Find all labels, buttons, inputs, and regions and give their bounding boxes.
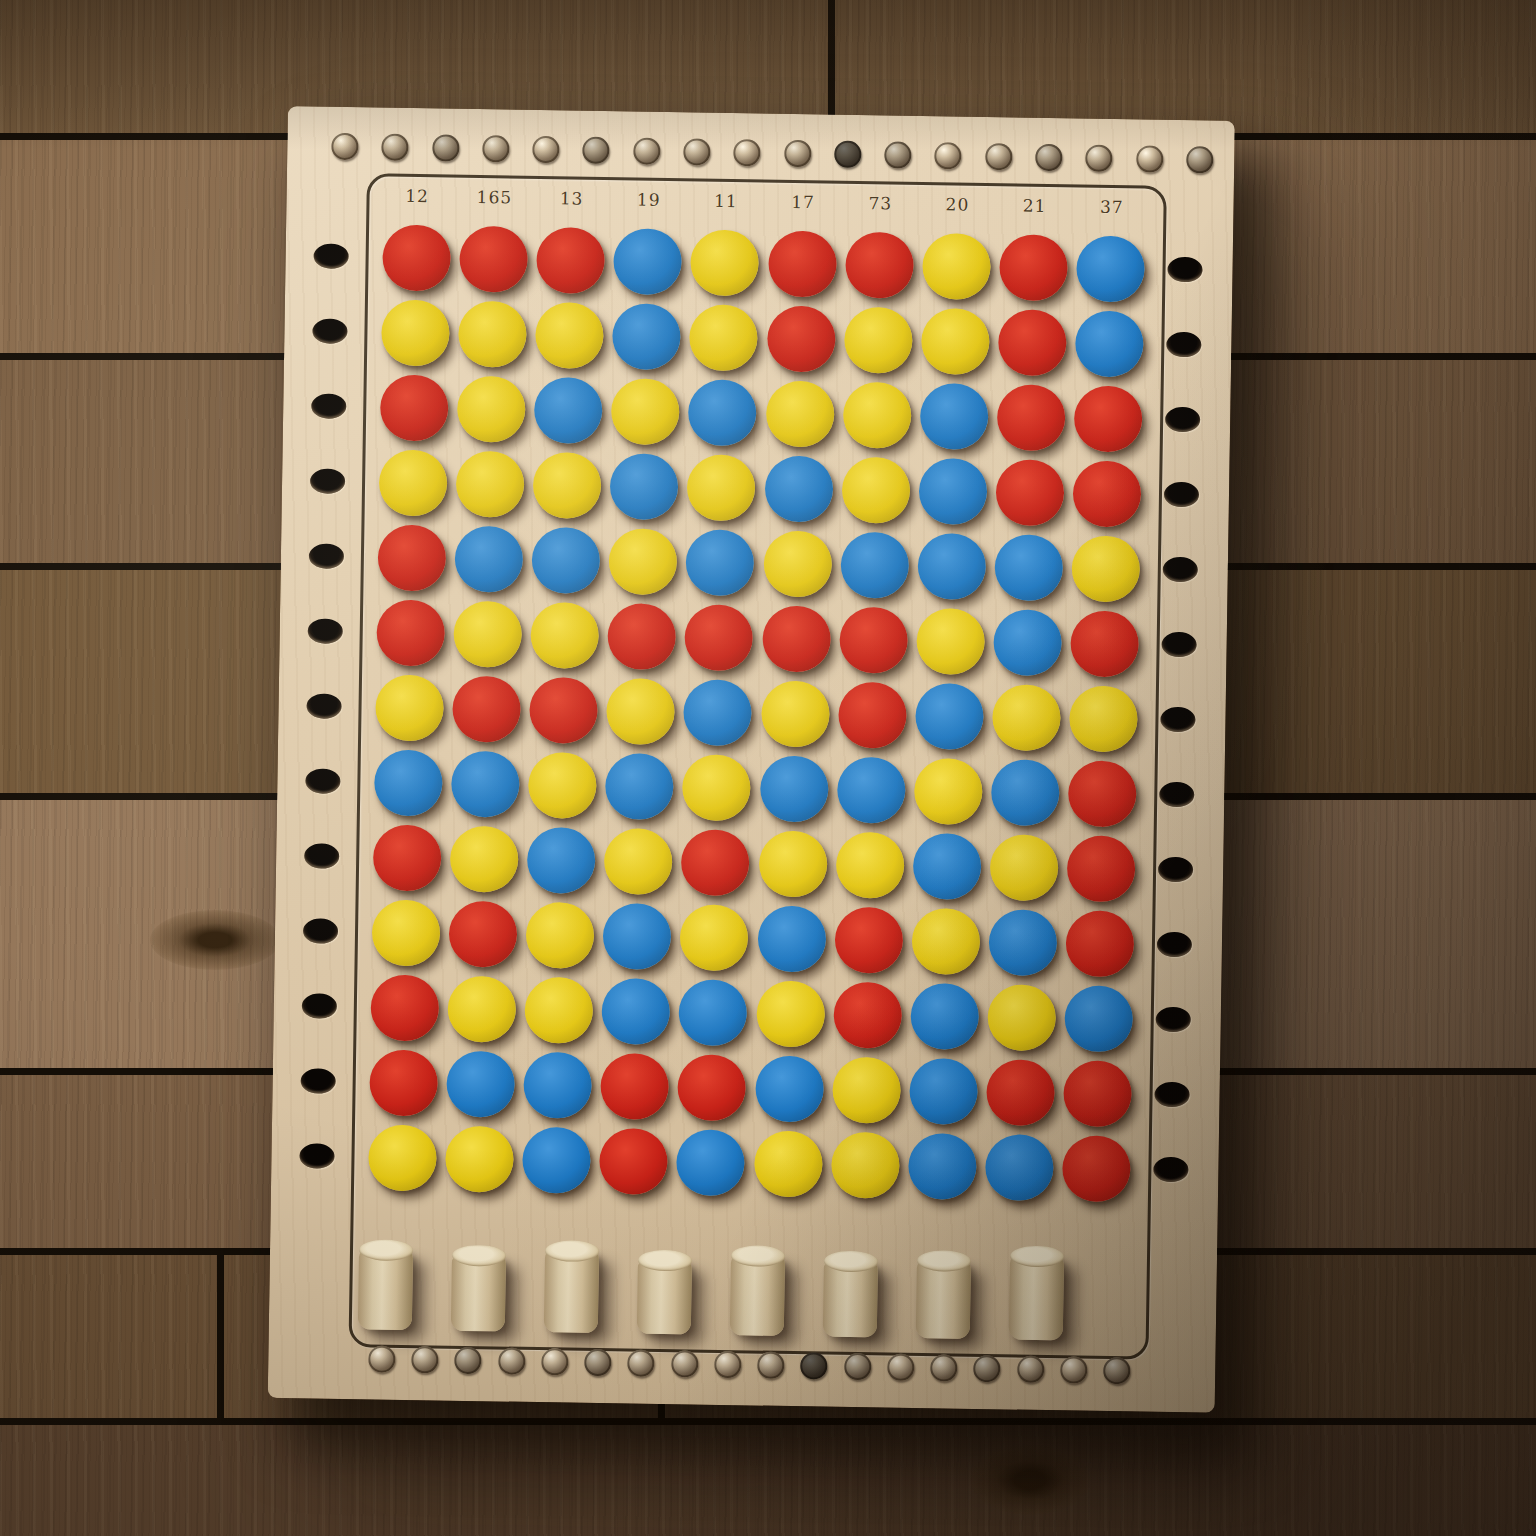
disc-red-r1c6[interactable] — [768, 230, 837, 297]
disc-red-r3c10[interactable] — [1074, 385, 1143, 452]
metal-screw — [455, 1347, 482, 1374]
grid-cell — [755, 750, 833, 826]
grid-cell — [984, 904, 1062, 980]
disc-yellow-r7c1[interactable] — [375, 674, 444, 741]
grid-cell — [833, 677, 911, 753]
grid-cell — [993, 304, 1071, 380]
disc-blue-r4c6[interactable] — [764, 455, 833, 522]
grid-cell — [364, 1044, 442, 1120]
metal-screw — [1103, 1357, 1130, 1384]
disc-blue-r8c1[interactable] — [373, 749, 442, 816]
grid-cell — [995, 229, 1073, 305]
grid-cell — [678, 749, 756, 825]
disc-yellow-r2c5[interactable] — [689, 304, 758, 371]
disc-yellow-r13c7[interactable] — [831, 1131, 900, 1198]
metal-screw — [714, 1351, 741, 1378]
grid-cell — [762, 300, 840, 376]
wooden-peg-5[interactable] — [730, 1255, 785, 1336]
disc-red-r13c4[interactable] — [599, 1128, 668, 1195]
column-number: 165 — [456, 187, 534, 208]
grid-cell — [1066, 605, 1144, 681]
metal-screw — [930, 1354, 957, 1381]
disc-yellow-r11c3[interactable] — [524, 976, 593, 1043]
disc-red-r10c10[interactable] — [1066, 910, 1135, 977]
disc-red-r5c1[interactable] — [377, 524, 446, 591]
disc-blue-r7c5[interactable] — [683, 679, 752, 746]
disc-red-r12c5[interactable] — [678, 1054, 747, 1121]
disc-red-r12c9[interactable] — [986, 1059, 1055, 1126]
grid-cell — [751, 975, 829, 1051]
border-hole — [313, 243, 348, 269]
disc-yellow-r4c2[interactable] — [455, 450, 524, 517]
disc-blue-r3c3[interactable] — [534, 376, 603, 443]
wooden-peg-7[interactable] — [916, 1260, 971, 1339]
disc-blue-r11c8[interactable] — [910, 982, 979, 1049]
disc-blue-r6c9[interactable] — [993, 609, 1062, 676]
disc-yellow-r9c4[interactable] — [604, 828, 673, 895]
grid-cell — [521, 897, 599, 973]
grid-cell — [598, 898, 676, 974]
metal-screw — [633, 137, 660, 164]
disc-yellow-r4c5[interactable] — [687, 454, 756, 521]
metal-screw — [532, 136, 559, 163]
disc-yellow-r10c1[interactable] — [371, 899, 440, 966]
metal-screw — [985, 143, 1012, 170]
grid-cell — [453, 296, 531, 372]
metal-screw — [671, 1350, 698, 1377]
metal-screw — [1060, 1356, 1087, 1383]
grid-cell — [441, 1046, 519, 1122]
disc-yellow-r7c9[interactable] — [992, 684, 1061, 751]
disc-red-r6c4[interactable] — [607, 603, 676, 670]
metal-screw — [411, 1346, 438, 1373]
disc-yellow-r13c2[interactable] — [445, 1125, 514, 1192]
disc-yellow-r11c9[interactable] — [987, 984, 1056, 1051]
grid-cell — [523, 747, 601, 823]
grid-cell — [368, 819, 446, 895]
disc-yellow-r10c5[interactable] — [680, 904, 749, 971]
disc-blue-r5c7[interactable] — [840, 531, 909, 598]
disc-blue-r9c8[interactable] — [913, 832, 982, 899]
disc-yellow-r9c7[interactable] — [835, 831, 904, 898]
grid-cell — [1069, 380, 1147, 456]
grid-cell — [609, 223, 687, 299]
disc-red-r12c4[interactable] — [600, 1053, 669, 1120]
grid-cell — [454, 221, 532, 297]
grid-cell — [910, 678, 988, 754]
disc-red-r1c9[interactable] — [999, 234, 1068, 301]
grid-cell — [605, 448, 683, 524]
disc-blue-r5c8[interactable] — [917, 532, 986, 599]
disc-yellow-r2c7[interactable] — [844, 306, 913, 373]
disc-yellow-r6c2[interactable] — [453, 600, 522, 667]
disc-yellow-r1c8[interactable] — [922, 232, 991, 299]
grid-cell — [375, 369, 453, 445]
border-hole — [1166, 332, 1201, 358]
border-hole — [300, 1068, 335, 1094]
grid-cell — [685, 299, 763, 375]
disc-yellow-r5c4[interactable] — [609, 528, 678, 595]
wooden-peg-3[interactable] — [544, 1250, 599, 1333]
disc-blue-r3c8[interactable] — [920, 382, 989, 449]
disc-blue-r2c10[interactable] — [1075, 310, 1144, 377]
disc-yellow-r5c6[interactable] — [763, 530, 832, 597]
disc-yellow-r3c6[interactable] — [765, 380, 834, 447]
disc-yellow-r7c10[interactable] — [1069, 685, 1138, 752]
border-hole — [305, 768, 340, 794]
grid-cell — [679, 674, 757, 750]
border-hole — [309, 468, 344, 494]
border-hole — [1167, 257, 1202, 283]
disc-blue-r8c2[interactable] — [451, 750, 520, 817]
grid-cell — [526, 597, 604, 673]
disc-yellow-r2c1[interactable] — [381, 299, 450, 366]
disc-yellow-r10c8[interactable] — [911, 907, 980, 974]
disc-yellow-r1c5[interactable] — [690, 229, 759, 296]
metal-screw — [1136, 145, 1163, 172]
grid-cell — [366, 894, 444, 970]
metal-screw — [733, 139, 760, 166]
grid-cell — [915, 378, 993, 454]
grid-cell — [524, 672, 602, 748]
disc-blue-r8c4[interactable] — [605, 753, 674, 820]
disc-blue-r12c3[interactable] — [523, 1051, 592, 1118]
disc-yellow-r2c3[interactable] — [535, 301, 604, 368]
metal-screw — [834, 141, 861, 168]
disc-blue-r5c9[interactable] — [995, 534, 1064, 601]
grid-cell — [448, 596, 526, 672]
grid-cell — [674, 974, 752, 1050]
disc-blue-r10c6[interactable] — [757, 905, 826, 972]
grid-cell — [372, 519, 450, 595]
grid-cell — [759, 450, 837, 526]
grid-cell — [754, 825, 832, 901]
grid-cell — [985, 829, 1063, 905]
grid-cell — [904, 1053, 982, 1129]
grid-cell — [1071, 305, 1149, 381]
disc-yellow-r9c9[interactable] — [990, 834, 1059, 901]
disc-blue-r13c5[interactable] — [676, 1129, 745, 1196]
grid-cell — [594, 1123, 672, 1199]
disc-yellow-r6c3[interactable] — [530, 601, 599, 668]
grid-cell — [602, 673, 680, 749]
disc-yellow-r8c8[interactable] — [914, 757, 983, 824]
disc-blue-r4c4[interactable] — [610, 453, 679, 520]
disc-blue-r11c10[interactable] — [1065, 985, 1134, 1052]
metal-screw — [887, 1354, 914, 1381]
grid-cell — [599, 823, 677, 899]
disc-red-r3c1[interactable] — [379, 374, 448, 441]
border-hole — [1160, 707, 1195, 733]
disc-blue-r13c3[interactable] — [522, 1126, 591, 1193]
disc-red-r8c10[interactable] — [1068, 760, 1137, 827]
grid-cell — [675, 899, 753, 975]
metal-screw — [800, 1352, 827, 1379]
grid-cell — [916, 303, 994, 379]
wooden-peg-6[interactable] — [823, 1261, 878, 1338]
disc-grid — [363, 219, 1150, 1206]
disc-blue-r1c10[interactable] — [1076, 235, 1145, 302]
disc-yellow-r4c3[interactable] — [533, 451, 602, 518]
grid-cell — [369, 744, 447, 820]
wall-plank — [0, 1425, 1536, 1536]
grid-cell — [917, 228, 995, 304]
grid-cell — [446, 746, 524, 822]
grid-cell — [914, 453, 992, 529]
column-number: 19 — [610, 189, 688, 210]
disc-yellow-r12c7[interactable] — [832, 1056, 901, 1123]
grid-cell — [531, 222, 609, 298]
disc-red-r6c5[interactable] — [685, 604, 754, 671]
disc-yellow-r11c2[interactable] — [447, 975, 516, 1042]
disc-yellow-r4c7[interactable] — [841, 456, 910, 523]
disc-blue-r11c5[interactable] — [679, 979, 748, 1046]
disc-red-r6c7[interactable] — [839, 606, 908, 673]
grid-cell — [1060, 980, 1138, 1056]
metal-screw — [498, 1347, 525, 1374]
disc-blue-r9c3[interactable] — [527, 826, 596, 893]
grid-cell — [1065, 680, 1143, 756]
grid-cell — [596, 1048, 674, 1124]
disc-blue-r5c2[interactable] — [454, 525, 523, 592]
disc-blue-r5c3[interactable] — [531, 526, 600, 593]
metal-screw — [381, 133, 408, 160]
disc-blue-r7c8[interactable] — [915, 682, 984, 749]
disc-blue-r12c2[interactable] — [446, 1050, 515, 1117]
grid-cell — [1059, 1055, 1137, 1131]
metal-screw — [1017, 1356, 1044, 1383]
metal-screw — [627, 1349, 654, 1376]
column-number: 73 — [842, 193, 920, 214]
disc-blue-r11c4[interactable] — [601, 978, 670, 1045]
grid-cell — [371, 594, 449, 670]
disc-red-r2c9[interactable] — [998, 309, 1067, 376]
border-hole — [299, 1143, 334, 1169]
grid-cell — [840, 227, 918, 303]
disc-blue-r5c5[interactable] — [686, 529, 755, 596]
disc-red-r2c6[interactable] — [766, 305, 835, 372]
disc-red-r12c1[interactable] — [369, 1049, 438, 1116]
grid-cell — [370, 669, 448, 745]
grid-cell — [749, 1125, 827, 1201]
disc-blue-r1c4[interactable] — [613, 228, 682, 295]
pegboard: 121651319111773202137 — [268, 106, 1235, 1413]
disc-yellow-r9c2[interactable] — [449, 825, 518, 892]
border-hole — [304, 843, 339, 869]
grid-cell — [982, 1054, 1060, 1130]
disc-blue-r3c5[interactable] — [688, 379, 757, 446]
disc-blue-r13c8[interactable] — [908, 1132, 977, 1199]
grid-cell — [830, 902, 908, 978]
grid-cell — [686, 224, 764, 300]
disc-red-r7c3[interactable] — [529, 676, 598, 743]
grid-cell — [750, 1050, 828, 1126]
disc-yellow-r8c5[interactable] — [682, 754, 751, 821]
disc-blue-r8c9[interactable] — [991, 759, 1060, 826]
grid-cell — [980, 1129, 1058, 1205]
disc-red-r9c10[interactable] — [1067, 835, 1136, 902]
grid-cell — [681, 524, 759, 600]
disc-blue-r8c6[interactable] — [759, 755, 828, 822]
column-number: 17 — [764, 191, 842, 212]
grid-cell — [606, 373, 684, 449]
grid-cell — [986, 754, 1064, 830]
disc-red-r11c7[interactable] — [833, 981, 902, 1048]
grid-cell — [447, 671, 525, 747]
grid-cell — [839, 302, 917, 378]
disc-blue-r4c8[interactable] — [919, 457, 988, 524]
grid-cell — [909, 753, 987, 829]
grid-cell — [450, 521, 528, 597]
grid-cell — [988, 679, 1066, 755]
grid-cell — [903, 1128, 981, 1204]
top-screw-row — [331, 133, 1213, 174]
disc-red-r7c2[interactable] — [452, 675, 521, 742]
grid-cell — [756, 675, 834, 751]
grid-cell — [527, 522, 605, 598]
grid-cell — [752, 900, 830, 976]
grid-cell — [518, 1047, 596, 1123]
disc-yellow-r6c8[interactable] — [916, 607, 985, 674]
metal-screw — [1085, 145, 1112, 172]
disc-yellow-r2c8[interactable] — [921, 307, 990, 374]
grid-cell — [530, 297, 608, 373]
border-hole — [312, 318, 347, 344]
grid-cell — [1067, 530, 1145, 606]
disc-red-r13c10[interactable] — [1062, 1135, 1131, 1202]
disc-red-r3c9[interactable] — [997, 384, 1066, 451]
grid-cell — [442, 971, 520, 1047]
grid-cell — [363, 1119, 441, 1195]
disc-red-r6c10[interactable] — [1071, 610, 1140, 677]
wooden-peg-8[interactable] — [1009, 1255, 1064, 1340]
border-hole — [1157, 857, 1192, 883]
disc-red-r11c1[interactable] — [370, 974, 439, 1041]
disc-red-r1c1[interactable] — [382, 224, 451, 291]
disc-yellow-r7c4[interactable] — [606, 678, 675, 745]
disc-red-r1c7[interactable] — [845, 231, 914, 298]
disc-red-r9c1[interactable] — [372, 824, 441, 891]
grid-cell — [826, 1127, 904, 1203]
left-hole-column — [297, 218, 350, 1193]
disc-blue-r12c8[interactable] — [909, 1057, 978, 1124]
grid-cell — [1068, 455, 1146, 531]
metal-screw — [432, 134, 459, 161]
grid-cell — [1064, 755, 1142, 831]
disc-yellow-r3c2[interactable] — [457, 375, 526, 442]
disc-red-r1c2[interactable] — [459, 225, 528, 292]
grid-cell — [763, 225, 841, 301]
grid-cell — [828, 977, 906, 1053]
metal-screw — [584, 1349, 611, 1376]
disc-blue-r2c4[interactable] — [612, 303, 681, 370]
grid-cell — [1061, 905, 1139, 981]
column-number: 20 — [919, 194, 997, 215]
disc-yellow-r5c10[interactable] — [1072, 535, 1141, 602]
grid-cell — [827, 1052, 905, 1128]
grid-cell — [445, 821, 523, 897]
disc-red-r10c2[interactable] — [448, 900, 517, 967]
grid-cell — [603, 598, 681, 674]
border-hole — [1162, 557, 1197, 583]
grid-cell — [374, 444, 452, 520]
disc-yellow-r8c3[interactable] — [528, 751, 597, 818]
disc-red-r6c6[interactable] — [762, 605, 831, 672]
metal-screw — [368, 1345, 395, 1372]
grid-cell — [837, 452, 915, 528]
border-hole — [1155, 1007, 1190, 1033]
grid-cell — [991, 454, 1069, 530]
disc-red-r4c10[interactable] — [1073, 460, 1142, 527]
disc-yellow-r3c7[interactable] — [842, 381, 911, 448]
disc-red-r12c10[interactable] — [1063, 1060, 1132, 1127]
border-hole — [301, 993, 336, 1019]
disc-yellow-r4c1[interactable] — [378, 449, 447, 516]
grid-cell — [597, 973, 675, 1049]
metal-screw — [844, 1353, 871, 1380]
disc-red-r10c7[interactable] — [834, 906, 903, 973]
grid-cell — [832, 752, 910, 828]
grid-cell — [520, 972, 598, 1048]
disc-yellow-r13c1[interactable] — [368, 1124, 437, 1191]
grid-cell — [673, 1049, 751, 1125]
disc-blue-r13c9[interactable] — [985, 1134, 1054, 1201]
column-number: 21 — [996, 195, 1074, 216]
wooden-peg-2[interactable] — [451, 1255, 506, 1332]
grid-cell — [1072, 230, 1150, 306]
border-hole — [302, 918, 337, 944]
metal-screw — [784, 140, 811, 167]
disc-yellow-r9c6[interactable] — [758, 830, 827, 897]
metal-screw — [757, 1352, 784, 1379]
grid-cell — [758, 525, 836, 601]
disc-yellow-r11c6[interactable] — [756, 980, 825, 1047]
metal-screw — [1186, 146, 1213, 173]
disc-blue-r12c6[interactable] — [755, 1055, 824, 1122]
grid-cell — [682, 449, 760, 525]
disc-red-r9c5[interactable] — [681, 829, 750, 896]
disc-yellow-r3c4[interactable] — [611, 378, 680, 445]
grid-cell — [913, 528, 991, 604]
disc-yellow-r2c2[interactable] — [458, 300, 527, 367]
disc-yellow-r10c3[interactable] — [525, 901, 594, 968]
wooden-peg-4[interactable] — [637, 1260, 692, 1335]
disc-blue-r8c7[interactable] — [837, 756, 906, 823]
disc-yellow-r7c6[interactable] — [761, 680, 830, 747]
grid-cell — [908, 828, 986, 904]
disc-red-r1c3[interactable] — [536, 226, 605, 293]
disc-blue-r10c4[interactable] — [603, 903, 672, 970]
border-hole — [1163, 482, 1198, 508]
disc-red-r6c1[interactable] — [376, 599, 445, 666]
grid-cell — [683, 374, 761, 450]
grid-cell — [440, 1121, 518, 1197]
border-hole — [1153, 1157, 1188, 1183]
border-hole — [1156, 932, 1191, 958]
metal-screw — [884, 141, 911, 168]
grid-cell — [452, 371, 530, 447]
metal-screw — [331, 133, 358, 160]
metal-screw — [973, 1355, 1000, 1382]
grid-cell — [1058, 1130, 1136, 1206]
disc-red-r4c9[interactable] — [996, 459, 1065, 526]
disc-blue-r10c9[interactable] — [989, 909, 1058, 976]
grid-cell — [600, 748, 678, 824]
disc-red-r7c7[interactable] — [838, 681, 907, 748]
disc-yellow-r13c6[interactable] — [754, 1130, 823, 1197]
grid-cell — [676, 824, 754, 900]
wooden-peg-1[interactable] — [358, 1249, 413, 1330]
